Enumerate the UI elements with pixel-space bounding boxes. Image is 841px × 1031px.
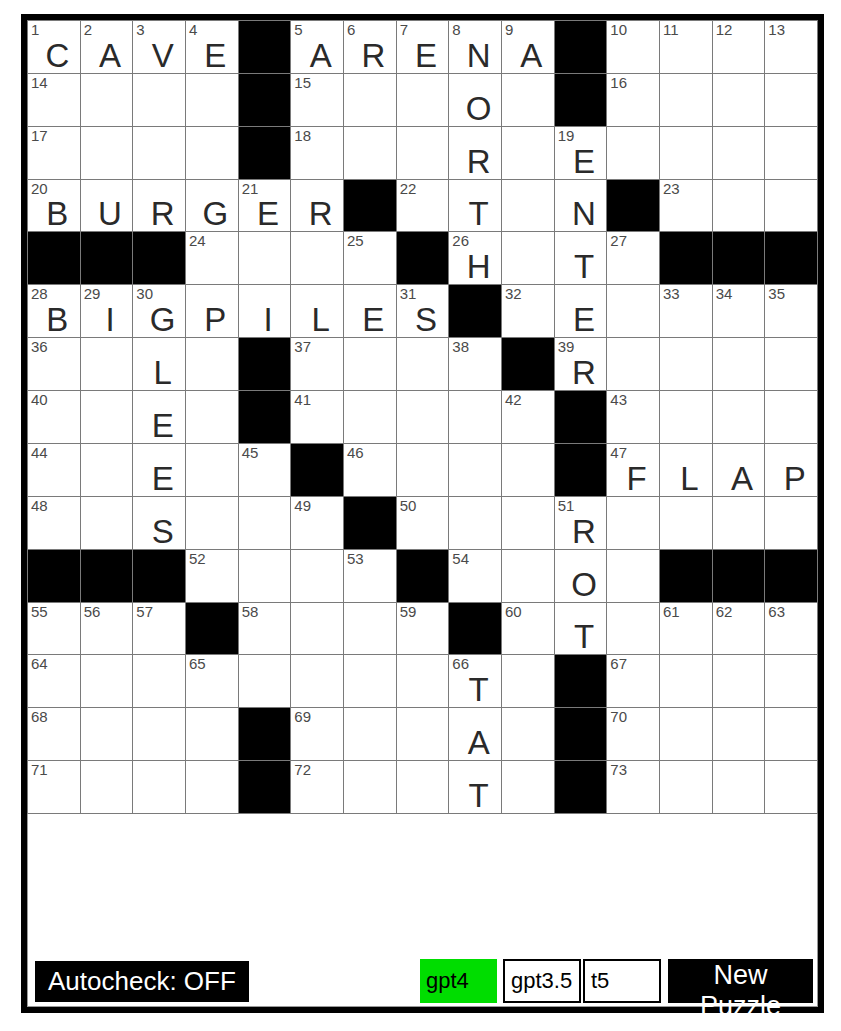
grid-cell[interactable]: 17 [28,127,80,179]
black-cell [186,603,238,655]
grid-cell[interactable] [239,232,291,284]
grid-cell[interactable]: N [555,180,607,232]
cell-number: 64 [31,656,48,673]
grid-cell[interactable] [660,127,712,179]
cell-number: 18 [294,128,311,145]
grid-cell[interactable]: 34 [713,285,765,337]
black-cell [449,603,501,655]
cell-letter: I [246,303,291,336]
cell-letter: L [298,303,343,336]
black-cell [555,655,607,707]
grid-cell[interactable] [81,708,133,760]
grid-cell[interactable] [186,338,238,390]
grid-cell[interactable] [186,444,238,496]
cell-number: 16 [610,75,627,92]
cell-number: 21 [242,181,259,198]
black-cell [713,232,765,284]
grid-cell[interactable] [397,761,449,813]
black-cell [555,74,607,126]
grid-cell[interactable]: 29I [81,285,133,337]
grid-cell[interactable] [713,761,765,813]
cell-number: 3 [136,22,144,39]
cell-letter: V [140,39,185,72]
grid-cell[interactable]: E [344,285,396,337]
grid-cell[interactable]: 35 [765,285,817,337]
grid-cell[interactable]: 41 [291,391,343,443]
cell-number: 24 [189,233,206,250]
grid-cell[interactable] [713,655,765,707]
cell-letter: O [562,568,607,601]
cell-number: 29 [84,286,101,303]
grid-cell[interactable]: 59 [397,603,449,655]
grid-cell[interactable] [502,444,554,496]
cell-letter: L [667,462,712,495]
cell-letter: P [772,462,817,495]
grid-cell[interactable] [765,180,817,232]
cell-letter: E [562,145,607,178]
grid-cell[interactable]: 2A [81,21,133,73]
grid-cell[interactable] [713,74,765,126]
cell-letter: R [298,197,343,230]
cell-number: 66 [452,656,469,673]
grid-cell[interactable]: 8N [449,21,501,73]
grid-cell[interactable] [344,603,396,655]
grid-cell[interactable] [397,74,449,126]
grid-cell[interactable]: R [449,127,501,179]
grid-cell[interactable]: E [133,444,185,496]
grid-cell[interactable] [713,497,765,549]
grid-cell[interactable]: 15 [291,74,343,126]
cell-letter: G [140,303,185,336]
cell-number: 4 [189,22,197,39]
grid-cell[interactable]: 67 [607,655,659,707]
clue-area: Autocheck: OFF gpt4 gpt3.5 t5 New Puzzle [27,814,818,1007]
grid-cell[interactable] [765,497,817,549]
cell-number: 40 [31,392,48,409]
grid-cell[interactable] [713,180,765,232]
grid-cell[interactable]: P [186,285,238,337]
grid-cell[interactable] [660,74,712,126]
autocheck-button[interactable]: Autocheck: OFF [35,961,249,1002]
cell-number: 69 [294,709,311,726]
grid-cell[interactable] [81,391,133,443]
cell-letter: G [193,197,238,230]
cell-number: 63 [768,604,785,621]
cell-number: 70 [610,709,627,726]
grid-cell[interactable]: 62 [713,603,765,655]
grid-cell[interactable] [81,338,133,390]
grid-cell[interactable] [765,391,817,443]
grid-cell[interactable] [449,497,501,549]
cell-number: 49 [294,498,311,515]
grid-cell[interactable]: 23 [660,180,712,232]
grid-cell[interactable]: 1C [28,21,80,73]
cell-letter: A [509,39,554,72]
cell-letter: E [246,197,291,230]
cell-letter: A [720,462,765,495]
grid-cell[interactable] [81,127,133,179]
grid-cell[interactable] [660,391,712,443]
cell-number: 28 [31,286,48,303]
cell-letter: B [35,303,80,336]
grid-cell[interactable]: L [133,338,185,390]
grid-cell[interactable] [607,550,659,602]
grid-cell[interactable] [344,74,396,126]
grid-cell[interactable]: A [449,708,501,760]
model-button-gpt3.5[interactable]: gpt3.5 [503,959,581,1003]
grid-cell[interactable]: 63 [765,603,817,655]
grid-cell[interactable]: 3V [133,21,185,73]
grid-cell[interactable] [607,127,659,179]
grid-cell[interactable]: 60 [502,603,554,655]
grid-cell[interactable] [186,497,238,549]
black-cell [555,761,607,813]
grid-cell[interactable]: 40 [28,391,80,443]
cell-number: 62 [716,604,733,621]
cell-letter: I [88,303,133,336]
grid-cell[interactable] [291,655,343,707]
grid-cell[interactable] [81,74,133,126]
grid-cell[interactable]: 18 [291,127,343,179]
grid-cell[interactable]: 25 [344,232,396,284]
grid-cell[interactable]: R [291,180,343,232]
model-button-gpt4[interactable]: gpt4 [420,959,497,1003]
cell-number: 33 [663,286,680,303]
grid-cell[interactable] [449,444,501,496]
grid-cell[interactable] [291,603,343,655]
cell-number: 25 [347,233,364,250]
cell-letter: N [562,197,607,230]
cell-letter: R [562,356,607,389]
grid-cell[interactable]: 22 [397,180,449,232]
cell-letter: T [456,673,501,706]
black-cell [555,708,607,760]
grid-cell[interactable] [660,338,712,390]
grid-cell[interactable] [133,127,185,179]
grid-cell[interactable]: 71 [28,761,80,813]
grid-cell[interactable]: 26H [449,232,501,284]
grid-cell[interactable] [397,127,449,179]
grid-cell[interactable]: 51R [555,497,607,549]
new-puzzle-button[interactable]: New Puzzle [668,959,813,1003]
black-cell [239,338,291,390]
grid-cell[interactable]: 16 [607,74,659,126]
grid-cell[interactable] [660,761,712,813]
grid-cell[interactable]: 45 [239,444,291,496]
grid-cell[interactable] [502,708,554,760]
grid-cell[interactable] [765,708,817,760]
grid-cell[interactable] [133,655,185,707]
grid-cell[interactable]: 19E [555,127,607,179]
grid-cell[interactable]: 27 [607,232,659,284]
grid-cell[interactable] [81,444,133,496]
cell-number: 5 [294,22,302,39]
grid-cell[interactable]: G [186,180,238,232]
grid-cell[interactable] [713,708,765,760]
black-cell [28,550,80,602]
grid-cell[interactable]: 38 [449,338,501,390]
grid-cell[interactable]: E [555,285,607,337]
cell-number: 51 [558,498,575,515]
grid-cell[interactable]: 46 [344,444,396,496]
grid-cell[interactable]: 50 [397,497,449,549]
grid-cell[interactable]: 10 [607,21,659,73]
black-cell [607,180,659,232]
black-cell [133,232,185,284]
grid-cell[interactable]: 73 [607,761,659,813]
grid-cell[interactable] [397,708,449,760]
cell-letter: T [562,250,607,283]
grid-cell[interactable]: 14 [28,74,80,126]
grid-cell[interactable] [239,550,291,602]
grid-cell[interactable]: 21E [239,180,291,232]
grid-cell[interactable]: E [133,391,185,443]
cell-number: 14 [31,75,48,92]
grid-cell[interactable] [344,391,396,443]
grid-cell[interactable] [502,127,554,179]
cell-number: 34 [716,286,733,303]
grid-cell[interactable]: 47F [607,444,659,496]
grid-cell[interactable] [133,74,185,126]
grid-cell[interactable] [186,74,238,126]
cell-number: 23 [663,181,680,198]
grid-cell[interactable] [397,655,449,707]
black-cell [239,391,291,443]
grid-cell[interactable]: R [133,180,185,232]
cell-letter: O [456,92,501,125]
grid-cell[interactable]: 6R [344,21,396,73]
grid-cell[interactable]: 55 [28,603,80,655]
cell-number: 42 [505,392,522,409]
black-cell [28,232,80,284]
grid-cell[interactable]: 56 [81,603,133,655]
grid-cell[interactable] [502,761,554,813]
black-cell [291,444,343,496]
grid-cell[interactable] [186,708,238,760]
grid-cell[interactable] [765,127,817,179]
grid-cell[interactable]: T [555,232,607,284]
grid-cell[interactable] [502,74,554,126]
grid-cell[interactable]: T [449,180,501,232]
cell-letter: C [35,39,80,72]
grid-cell[interactable] [344,338,396,390]
grid-cell[interactable] [397,444,449,496]
grid-cell[interactable]: 65 [186,655,238,707]
grid-cell[interactable]: S [133,497,185,549]
grid-cell[interactable]: 68 [28,708,80,760]
cell-number: 59 [400,604,417,621]
cell-letter: E [193,39,238,72]
grid-cell[interactable] [344,127,396,179]
black-cell [765,232,817,284]
grid-cell[interactable]: P [765,444,817,496]
grid-cell[interactable] [239,655,291,707]
grid-cell[interactable] [133,708,185,760]
grid-cell[interactable] [607,603,659,655]
grid-cell[interactable]: T [449,761,501,813]
grid-cell[interactable] [397,391,449,443]
cell-number: 15 [294,75,311,92]
grid-cell[interactable] [713,338,765,390]
cell-letter: R [456,145,501,178]
grid-cell[interactable] [133,761,185,813]
grid-cell[interactable] [502,550,554,602]
cell-number: 13 [768,22,785,39]
grid-cell[interactable] [186,761,238,813]
grid-cell[interactable]: 32 [502,285,554,337]
grid-cell[interactable]: 4E [186,21,238,73]
grid-cell[interactable] [607,338,659,390]
grid-cell[interactable] [502,655,554,707]
grid-cell[interactable] [713,391,765,443]
grid-cell[interactable]: 5A [291,21,343,73]
grid-cell[interactable] [186,127,238,179]
grid-cell[interactable] [81,497,133,549]
cell-letter: E [140,462,185,495]
grid-cell[interactable]: 9A [502,21,554,73]
cell-number: 1 [31,22,39,39]
cell-number: 11 [663,22,679,39]
cell-number: 27 [610,233,627,250]
grid-cell[interactable] [81,655,133,707]
grid-cell[interactable]: 69 [291,708,343,760]
cell-number: 71 [31,762,48,779]
grid-cell[interactable]: 20B [28,180,80,232]
grid-cell[interactable]: 72 [291,761,343,813]
grid-cell[interactable]: 13 [765,21,817,73]
grid-cell[interactable] [607,285,659,337]
cell-number: 73 [610,762,627,779]
grid-cell[interactable]: 7E [397,21,449,73]
grid-cell[interactable]: A [713,444,765,496]
grid-cell[interactable]: 70 [607,708,659,760]
grid-cell[interactable] [239,497,291,549]
cell-number: 57 [136,604,153,621]
grid-cell[interactable]: 61 [660,603,712,655]
grid-cell[interactable]: 31S [397,285,449,337]
black-cell [239,761,291,813]
cell-number: 65 [189,656,206,673]
grid-cell[interactable]: 52 [186,550,238,602]
grid-cell[interactable] [397,338,449,390]
grid-cell[interactable] [449,391,501,443]
grid-cell[interactable]: L [291,285,343,337]
grid-cell[interactable] [607,497,659,549]
grid-cell[interactable] [502,497,554,549]
cell-number: 41 [294,392,311,409]
cell-number: 46 [347,445,364,462]
cell-number: 47 [610,445,627,462]
cell-number: 10 [610,22,627,39]
grid-cell[interactable]: 54 [449,550,501,602]
grid-cell[interactable]: 44 [28,444,80,496]
grid-cell[interactable]: 57 [133,603,185,655]
grid-cell[interactable]: 30G [133,285,185,337]
grid-cell[interactable] [765,338,817,390]
cell-letter: R [562,515,607,548]
cell-number: 7 [400,22,408,39]
cell-number: 61 [663,604,680,621]
model-button-t5[interactable]: t5 [583,959,661,1003]
grid-cell[interactable]: T [555,603,607,655]
grid-cell[interactable]: L [660,444,712,496]
black-cell [502,338,554,390]
grid-cell[interactable]: 49 [291,497,343,549]
black-cell [660,232,712,284]
cell-letter: N [456,39,501,72]
cell-number: 8 [452,22,460,39]
grid-cell[interactable] [291,232,343,284]
cell-letter: P [193,303,238,336]
cell-number: 9 [505,22,513,39]
cell-letter: S [140,515,185,548]
grid-cell[interactable]: 24 [186,232,238,284]
grid-cell[interactable]: 39R [555,338,607,390]
grid-cell[interactable]: 12 [713,21,765,73]
grid-cell[interactable]: 11 [660,21,712,73]
cell-letter: H [456,250,501,283]
grid-cell[interactable]: 36 [28,338,80,390]
grid-cell[interactable] [765,655,817,707]
cell-letter: E [562,303,607,336]
cell-number: 6 [347,22,355,39]
grid-cell[interactable]: 37 [291,338,343,390]
grid-cell[interactable] [81,761,133,813]
grid-cell[interactable]: 53 [344,550,396,602]
grid-cell[interactable]: 42 [502,391,554,443]
grid-cell[interactable]: 28B [28,285,80,337]
grid-cell[interactable]: I [239,285,291,337]
grid-cell[interactable]: 48 [28,497,80,549]
cell-letter: U [88,197,133,230]
grid-cell[interactable]: 58 [239,603,291,655]
grid-cell[interactable] [502,180,554,232]
grid-cell[interactable]: O [449,74,501,126]
cell-number: 2 [84,22,92,39]
grid-cell[interactable] [660,497,712,549]
grid-cell[interactable] [344,708,396,760]
grid-cell[interactable]: 66T [449,655,501,707]
grid-cell[interactable]: 33 [660,285,712,337]
grid-cell[interactable] [660,655,712,707]
cell-number: 54 [452,551,469,568]
black-cell [344,180,396,232]
black-cell [239,127,291,179]
black-cell [397,550,449,602]
black-cell [660,550,712,602]
grid-cell[interactable] [291,550,343,602]
cell-number: 56 [84,604,101,621]
grid-cell[interactable] [660,708,712,760]
grid-cell[interactable] [765,761,817,813]
grid-cell[interactable]: O [555,550,607,602]
grid-cell[interactable]: 64 [28,655,80,707]
cell-number: 55 [31,604,48,621]
grid-cell[interactable] [502,232,554,284]
grid-cell[interactable] [713,127,765,179]
grid-cell[interactable] [344,655,396,707]
grid-cell[interactable] [765,74,817,126]
cell-number: 36 [31,339,48,356]
grid-cell[interactable] [186,391,238,443]
cell-letter: A [456,726,501,759]
grid-cell[interactable]: U [81,180,133,232]
cell-number: 43 [610,392,627,409]
cell-letter: A [298,39,343,72]
grid-cell[interactable]: 43 [607,391,659,443]
cell-number: 52 [189,551,206,568]
grid-cell[interactable] [344,761,396,813]
